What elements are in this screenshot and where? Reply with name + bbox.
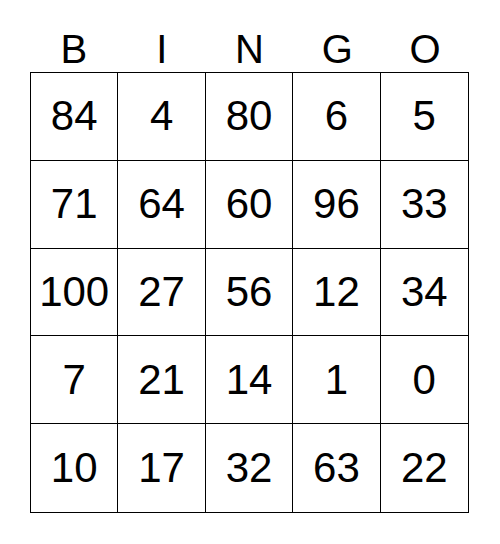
column-letter-g: G <box>293 29 381 72</box>
bingo-cell-r5c2[interactable]: 17 <box>118 424 205 512</box>
bingo-cell-r4c1[interactable]: 7 <box>31 336 118 424</box>
column-letter-i: I <box>118 29 206 72</box>
bingo-cell-r5c3[interactable]: 32 <box>206 424 293 512</box>
bingo-cell-r4c5[interactable]: 0 <box>381 336 468 424</box>
bingo-cell-r2c1[interactable]: 71 <box>31 161 118 249</box>
bingo-cell-r3c5[interactable]: 34 <box>381 249 468 337</box>
bingo-board: 8448065716460963310027561234721141010173… <box>30 72 469 513</box>
column-letter-n: N <box>206 29 294 72</box>
bingo-cell-r5c4[interactable]: 63 <box>293 424 380 512</box>
bingo-cell-r3c1[interactable]: 100 <box>31 249 118 337</box>
bingo-cell-r4c3[interactable]: 14 <box>206 336 293 424</box>
bingo-cell-r1c5[interactable]: 5 <box>381 73 468 161</box>
bingo-cell-r4c2[interactable]: 21 <box>118 336 205 424</box>
bingo-cell-r2c3[interactable]: 60 <box>206 161 293 249</box>
bingo-cell-r1c1[interactable]: 84 <box>31 73 118 161</box>
bingo-cell-r1c3[interactable]: 80 <box>206 73 293 161</box>
bingo-cell-r2c4[interactable]: 96 <box>293 161 380 249</box>
bingo-card: BINGO 8448065716460963310027561234721141… <box>0 0 500 544</box>
column-letter-b: B <box>30 29 118 72</box>
bingo-cell-r1c2[interactable]: 4 <box>118 73 205 161</box>
bingo-cell-r2c2[interactable]: 64 <box>118 161 205 249</box>
bingo-cell-r1c4[interactable]: 6 <box>293 73 380 161</box>
column-letter-o: O <box>381 29 469 72</box>
bingo-cell-r5c1[interactable]: 10 <box>31 424 118 512</box>
bingo-cell-r3c2[interactable]: 27 <box>118 249 205 337</box>
bingo-cell-r4c4[interactable]: 1 <box>293 336 380 424</box>
bingo-header: BINGO <box>30 0 469 72</box>
bingo-cell-r5c5[interactable]: 22 <box>381 424 468 512</box>
bingo-cell-r2c5[interactable]: 33 <box>381 161 468 249</box>
bingo-cell-r3c3[interactable]: 56 <box>206 249 293 337</box>
bingo-cell-r3c4[interactable]: 12 <box>293 249 380 337</box>
